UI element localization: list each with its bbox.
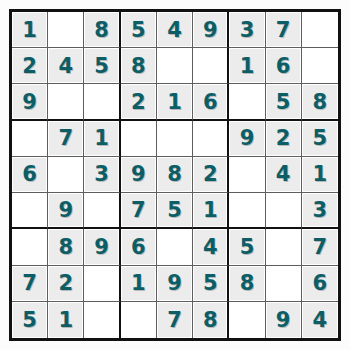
cell-r7c3-given-9[interactable]: 9 (84, 229, 120, 265)
cell-r5c7-empty[interactable] (229, 157, 265, 193)
cell-r9c9-given-4[interactable]: 4 (302, 302, 338, 338)
cell-r6c9-given-3[interactable]: 3 (302, 193, 338, 229)
cell-r1c3-given-8[interactable]: 8 (84, 12, 120, 48)
cell-r7c8-empty[interactable] (266, 229, 302, 265)
cell-r3c1-given-9[interactable]: 9 (12, 84, 48, 120)
cell-r8c5-given-9[interactable]: 9 (157, 266, 193, 302)
cell-r1c6-given-9[interactable]: 9 (193, 12, 229, 48)
cell-r2c5-empty[interactable] (157, 48, 193, 84)
cell-r2c1-given-2[interactable]: 2 (12, 48, 48, 84)
cell-r3c7-empty[interactable] (229, 84, 265, 120)
cell-r1c1-given-1[interactable]: 1 (12, 12, 48, 48)
cell-r9c7-empty[interactable] (229, 302, 265, 338)
cell-r7c6-given-4[interactable]: 4 (193, 229, 229, 265)
cell-r6c6-given-1[interactable]: 1 (193, 193, 229, 229)
cell-r6c1-empty[interactable] (12, 193, 48, 229)
cell-r9c2-given-1[interactable]: 1 (48, 302, 84, 338)
cell-r4c3-given-1[interactable]: 1 (84, 121, 120, 157)
cell-r7c7-given-5[interactable]: 5 (229, 229, 265, 265)
cell-r4c4-empty[interactable] (121, 121, 157, 157)
cell-r4c1-empty[interactable] (12, 121, 48, 157)
cell-r1c7-given-3[interactable]: 3 (229, 12, 265, 48)
cell-r2c6-empty[interactable] (193, 48, 229, 84)
cell-r6c4-given-7[interactable]: 7 (121, 193, 157, 229)
cell-r7c1-empty[interactable] (12, 229, 48, 265)
cell-r2c2-given-4[interactable]: 4 (48, 48, 84, 84)
cell-r3c5-given-1[interactable]: 1 (157, 84, 193, 120)
cell-r4c7-given-9[interactable]: 9 (229, 121, 265, 157)
cell-r2c4-given-8[interactable]: 8 (121, 48, 157, 84)
cell-r4c2-given-7[interactable]: 7 (48, 121, 84, 157)
cell-r8c3-empty[interactable] (84, 266, 120, 302)
cell-r9c4-empty[interactable] (121, 302, 157, 338)
cell-r8c9-given-6[interactable]: 6 (302, 266, 338, 302)
cell-r8c4-given-1[interactable]: 1 (121, 266, 157, 302)
cell-r5c1-given-6[interactable]: 6 (12, 157, 48, 193)
cell-r6c7-empty[interactable] (229, 193, 265, 229)
sudoku-board: 1854937245816921658719256398241975138964… (9, 9, 341, 341)
cell-r4c6-empty[interactable] (193, 121, 229, 157)
cell-r3c6-given-6[interactable]: 6 (193, 84, 229, 120)
cell-r7c9-given-7[interactable]: 7 (302, 229, 338, 265)
cell-r9c5-given-7[interactable]: 7 (157, 302, 193, 338)
cell-r2c9-empty[interactable] (302, 48, 338, 84)
cell-r6c2-given-9[interactable]: 9 (48, 193, 84, 229)
cell-r8c6-given-5[interactable]: 5 (193, 266, 229, 302)
cell-r7c5-empty[interactable] (157, 229, 193, 265)
cell-r5c6-given-2[interactable]: 2 (193, 157, 229, 193)
cell-r4c5-empty[interactable] (157, 121, 193, 157)
cell-r9c1-given-5[interactable]: 5 (12, 302, 48, 338)
cell-r9c8-given-9[interactable]: 9 (266, 302, 302, 338)
cell-r3c8-given-5[interactable]: 5 (266, 84, 302, 120)
cell-r4c8-given-2[interactable]: 2 (266, 121, 302, 157)
cell-r2c7-given-1[interactable]: 1 (229, 48, 265, 84)
cell-r5c4-given-9[interactable]: 9 (121, 157, 157, 193)
cell-r4c9-given-5[interactable]: 5 (302, 121, 338, 157)
cell-r6c5-given-5[interactable]: 5 (157, 193, 193, 229)
cell-r3c2-empty[interactable] (48, 84, 84, 120)
cell-r8c7-given-8[interactable]: 8 (229, 266, 265, 302)
cell-r8c1-given-7[interactable]: 7 (12, 266, 48, 302)
cell-r1c9-empty[interactable] (302, 12, 338, 48)
cell-r5c2-empty[interactable] (48, 157, 84, 193)
cell-r1c8-given-7[interactable]: 7 (266, 12, 302, 48)
cell-r1c5-given-4[interactable]: 4 (157, 12, 193, 48)
cell-r5c9-given-1[interactable]: 1 (302, 157, 338, 193)
cell-r9c6-given-8[interactable]: 8 (193, 302, 229, 338)
cell-r5c8-given-4[interactable]: 4 (266, 157, 302, 193)
cell-r7c2-given-8[interactable]: 8 (48, 229, 84, 265)
cell-r6c8-empty[interactable] (266, 193, 302, 229)
cell-r5c3-given-3[interactable]: 3 (84, 157, 120, 193)
cell-r6c3-empty[interactable] (84, 193, 120, 229)
cell-r2c3-given-5[interactable]: 5 (84, 48, 120, 84)
cell-r7c4-given-6[interactable]: 6 (121, 229, 157, 265)
cell-r3c4-given-2[interactable]: 2 (121, 84, 157, 120)
cell-r3c3-empty[interactable] (84, 84, 120, 120)
cell-r8c2-given-2[interactable]: 2 (48, 266, 84, 302)
cell-r1c4-given-5[interactable]: 5 (121, 12, 157, 48)
cell-r2c8-given-6[interactable]: 6 (266, 48, 302, 84)
cell-r1c2-empty[interactable] (48, 12, 84, 48)
cell-r3c9-given-8[interactable]: 8 (302, 84, 338, 120)
cell-r9c3-empty[interactable] (84, 302, 120, 338)
cell-r5c5-given-8[interactable]: 8 (157, 157, 193, 193)
cell-r8c8-empty[interactable] (266, 266, 302, 302)
